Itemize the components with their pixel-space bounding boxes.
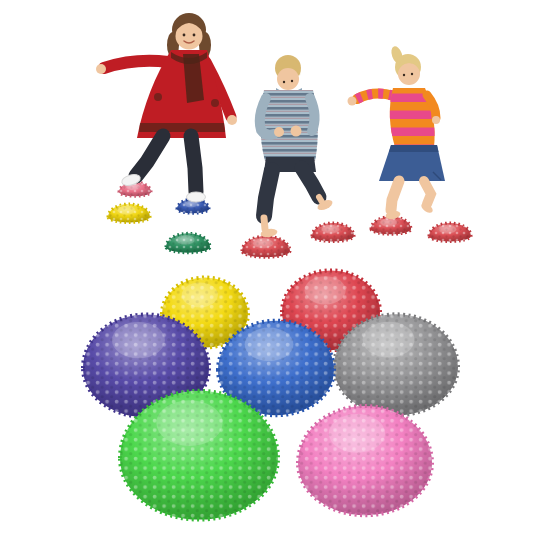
- dome-highlight: [305, 276, 346, 304]
- girl-left-hand: [227, 115, 237, 125]
- boy-ankle: [264, 218, 265, 229]
- boy-eye: [283, 81, 285, 83]
- girl-left-arm: [104, 61, 168, 68]
- dome-highlight: [322, 225, 340, 234]
- massage-ball-pink: [298, 406, 432, 515]
- girl-left-shoe: [187, 192, 206, 202]
- girl-left-dress-motif: [211, 99, 219, 107]
- massage-ball-green: [120, 391, 278, 520]
- dome-highlight: [439, 225, 457, 234]
- girl-right-face: [398, 63, 420, 85]
- girl-left-eye: [183, 34, 186, 37]
- girl-right-skirt-waistband: [389, 145, 439, 152]
- boy-pant-leg: [264, 170, 272, 216]
- dome-highlight: [118, 206, 136, 215]
- massage-ball-gray: [334, 314, 458, 415]
- girl-left-hand: [96, 64, 106, 74]
- girl-right-hand: [348, 97, 357, 106]
- boy-face: [277, 68, 299, 90]
- girl-left-leg: [191, 136, 196, 192]
- dome-highlight: [363, 322, 415, 358]
- dome-highlight: [245, 328, 294, 362]
- dome-highlight: [182, 283, 218, 308]
- girl-left-dress-motif: [154, 93, 162, 101]
- boy-eye: [291, 80, 293, 82]
- dome-highlight: [112, 322, 165, 358]
- girl-right-hand: [432, 116, 440, 124]
- girl-right-eye: [403, 74, 405, 76]
- dome-highlight: [176, 235, 194, 244]
- girl-left-dress-hem: [139, 123, 225, 132]
- girl-right-leg: [424, 181, 431, 204]
- boy-arm: [310, 98, 315, 131]
- dome-highlight: [253, 238, 273, 248]
- boy-hand: [274, 127, 284, 137]
- girl-left-eye: [193, 34, 196, 37]
- dome-highlight: [380, 218, 397, 226]
- boy-ankle: [319, 197, 322, 202]
- product-photo: [0, 0, 533, 533]
- boy-hand: [291, 126, 302, 137]
- dome-highlight: [156, 400, 222, 446]
- dome-highlight: [329, 414, 385, 453]
- girl-right-eye: [411, 73, 413, 75]
